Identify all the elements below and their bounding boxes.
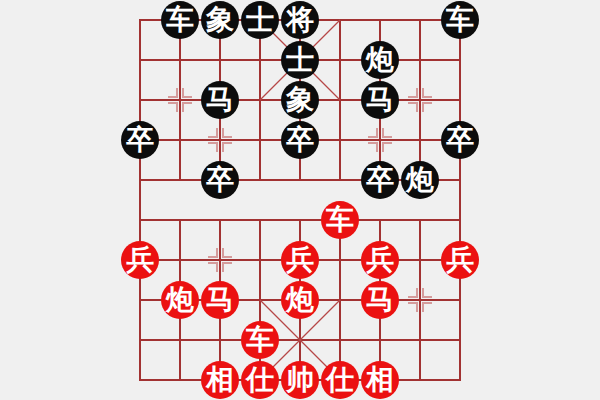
point-marker-corner bbox=[382, 142, 392, 152]
piece-red-chariot[interactable]: 车 bbox=[321, 201, 359, 239]
piece-red-pawn[interactable]: 兵 bbox=[361, 241, 399, 279]
piece-black-advisor[interactable]: 士 bbox=[241, 1, 279, 39]
point-marker-corner bbox=[222, 248, 232, 258]
point-marker-corner bbox=[182, 88, 192, 98]
piece-black-cannon[interactable]: 炮 bbox=[401, 161, 439, 199]
piece-red-advisor[interactable]: 仕 bbox=[321, 361, 359, 399]
point-marker-corner bbox=[408, 302, 418, 312]
point-marker-corner bbox=[368, 142, 378, 152]
point-marker bbox=[208, 128, 232, 152]
point-marker-corner bbox=[222, 128, 232, 138]
point-marker-corner bbox=[422, 88, 432, 98]
piece-red-advisor[interactable]: 仕 bbox=[241, 361, 279, 399]
point-marker-corner bbox=[182, 102, 192, 112]
piece-black-horse[interactable]: 马 bbox=[361, 81, 399, 119]
point-marker-corner bbox=[222, 142, 232, 152]
point-marker-corner bbox=[208, 142, 218, 152]
piece-red-pawn[interactable]: 兵 bbox=[281, 241, 319, 279]
piece-black-pawn[interactable]: 卒 bbox=[201, 161, 239, 199]
point-marker-corner bbox=[222, 262, 232, 272]
point-marker-corner bbox=[408, 102, 418, 112]
piece-black-pawn[interactable]: 卒 bbox=[361, 161, 399, 199]
piece-black-pawn[interactable]: 卒 bbox=[441, 121, 479, 159]
point-marker bbox=[208, 248, 232, 272]
piece-black-horse[interactable]: 马 bbox=[201, 81, 239, 119]
piece-black-cannon[interactable]: 炮 bbox=[361, 41, 399, 79]
piece-red-horse[interactable]: 马 bbox=[201, 281, 239, 319]
point-marker-corner bbox=[408, 288, 418, 298]
piece-black-general[interactable]: 将 bbox=[281, 1, 319, 39]
point-marker-corner bbox=[422, 288, 432, 298]
piece-black-chariot[interactable]: 车 bbox=[161, 1, 199, 39]
piece-black-elephant[interactable]: 象 bbox=[281, 81, 319, 119]
piece-red-cannon[interactable]: 炮 bbox=[281, 281, 319, 319]
point-marker bbox=[408, 88, 432, 112]
point-marker-corner bbox=[208, 248, 218, 258]
point-marker-corner bbox=[382, 128, 392, 138]
piece-black-chariot[interactable]: 车 bbox=[441, 1, 479, 39]
piece-red-cannon[interactable]: 炮 bbox=[161, 281, 199, 319]
piece-red-elephant[interactable]: 相 bbox=[361, 361, 399, 399]
piece-black-pawn[interactable]: 卒 bbox=[281, 121, 319, 159]
point-marker-corner bbox=[208, 262, 218, 272]
point-marker-corner bbox=[408, 88, 418, 98]
point-marker-corner bbox=[422, 102, 432, 112]
piece-red-pawn[interactable]: 兵 bbox=[441, 241, 479, 279]
piece-red-elephant[interactable]: 相 bbox=[201, 361, 239, 399]
piece-black-elephant[interactable]: 象 bbox=[201, 1, 239, 39]
piece-red-horse[interactable]: 马 bbox=[361, 281, 399, 319]
point-marker bbox=[408, 288, 432, 312]
piece-red-general[interactable]: 帅 bbox=[281, 361, 319, 399]
piece-black-pawn[interactable]: 卒 bbox=[121, 121, 159, 159]
piece-black-advisor[interactable]: 士 bbox=[281, 41, 319, 79]
point-marker-corner bbox=[168, 102, 178, 112]
point-marker-corner bbox=[208, 128, 218, 138]
point-marker-corner bbox=[422, 302, 432, 312]
xiangqi-board-screenshot: 车象士将车士炮马象马卒卒卒卒卒炮车兵兵兵兵炮马炮马车相仕帅仕相 bbox=[0, 0, 600, 400]
piece-red-chariot[interactable]: 车 bbox=[241, 321, 279, 359]
point-marker-corner bbox=[168, 88, 178, 98]
point-marker bbox=[168, 88, 192, 112]
point-marker-corner bbox=[368, 128, 378, 138]
piece-red-pawn[interactable]: 兵 bbox=[121, 241, 159, 279]
point-marker bbox=[368, 128, 392, 152]
xiangqi-board: 车象士将车士炮马象马卒卒卒卒卒炮车兵兵兵兵炮马炮马车相仕帅仕相 bbox=[140, 20, 460, 380]
